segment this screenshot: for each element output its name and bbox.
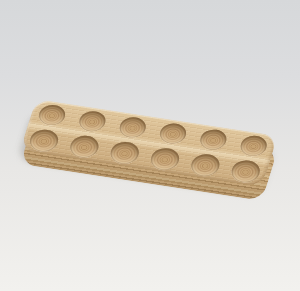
pit-near-1[interactable] <box>27 128 61 153</box>
pit-far-2[interactable] <box>77 109 108 132</box>
pit-near-5[interactable] <box>189 152 223 177</box>
pit-near-2[interactable] <box>68 134 102 159</box>
pit-far-5[interactable] <box>198 128 229 151</box>
pit-far-6[interactable] <box>238 134 269 157</box>
pit-near-4[interactable] <box>148 146 182 171</box>
pit-far-1[interactable] <box>36 103 67 126</box>
pit-near-6[interactable] <box>229 158 263 183</box>
pit-near-3[interactable] <box>108 140 142 165</box>
photo-background <box>0 0 300 291</box>
pit-far-4[interactable] <box>157 122 188 145</box>
pit-far-3[interactable] <box>117 115 148 138</box>
